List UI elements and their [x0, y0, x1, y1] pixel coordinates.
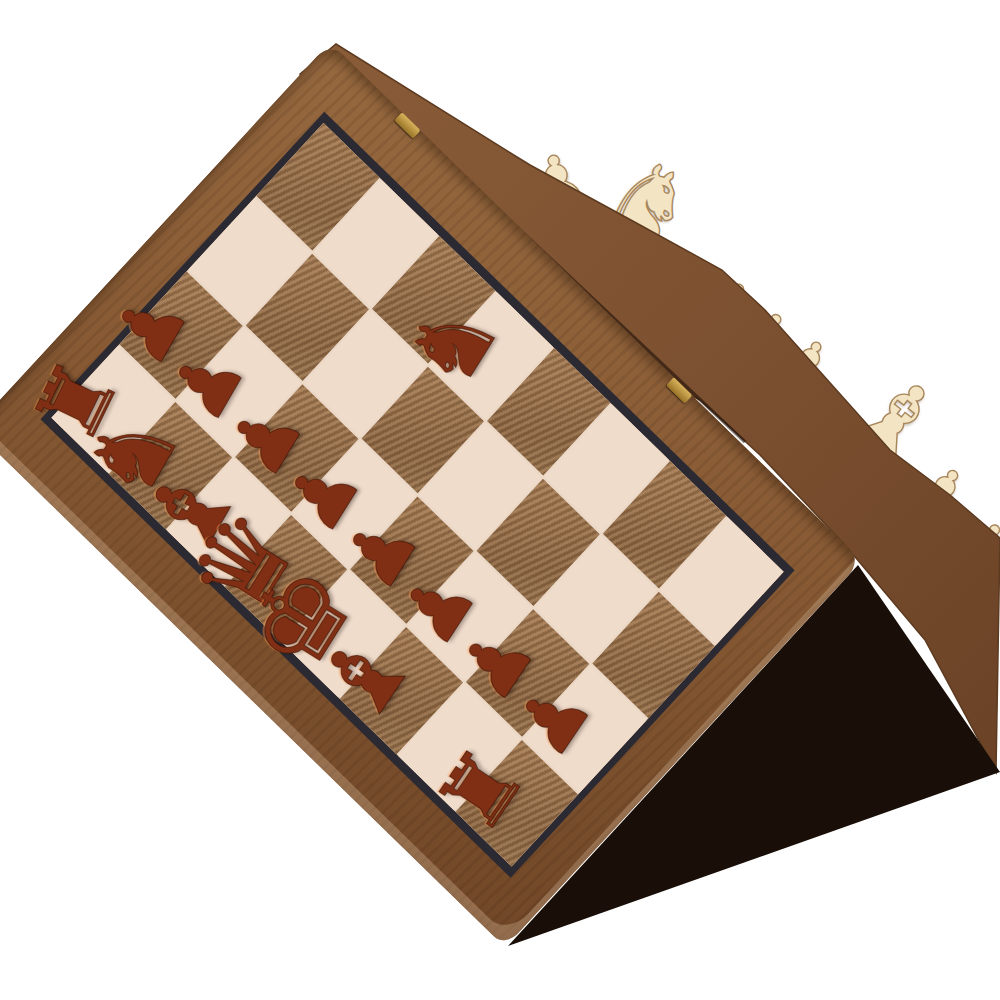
black-rook-h8: ♜ — [423, 733, 540, 848]
black-piece-group: ♜♞♝♛♚♝♜♞♟♟♟♟♟♟♟♟ — [0, 0, 1000, 1000]
product-photo-scene: ♟♞♟♟♟♝♟♟ ♜♞♝♛♚♝♜♞♟♟♟♟♟♟♟♟ — [0, 0, 1000, 1000]
black-knight-d5: ♞ — [389, 282, 516, 406]
